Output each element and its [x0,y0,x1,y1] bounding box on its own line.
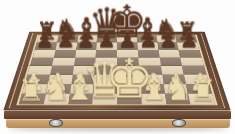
square-b6[interactable] [54,50,76,58]
case-front-face [4,111,231,119]
square-h7[interactable]: ♟ [177,43,199,50]
square-b7[interactable]: ♟ [55,43,77,50]
piece-black-pawn: ♟ [159,30,178,51]
square-a6[interactable] [32,50,55,58]
piece-black-pawn: ♟ [35,30,54,51]
piece-white-rook: ♜ [190,76,216,105]
square-h1[interactable]: ♜ [188,94,215,104]
square-h5[interactable] [180,58,204,66]
square-a7[interactable]: ♟ [35,43,57,50]
square-c7[interactable]: ♟ [76,43,97,50]
square-g1[interactable]: ♞ [165,94,191,104]
case-side-panel [6,119,230,128]
latch-right-icon [172,119,186,127]
latch-left-icon [49,119,63,127]
chess-set-photo: ♜♞♝♛♚♝♞♜♟♟♟♟♟♟♟♟♟♟♟♟♟♟♟♟♜♞♝♛♚♝♞♜ [0,0,235,134]
piece-black-pawn: ♟ [180,30,199,51]
square-g6[interactable] [158,50,180,58]
board-squares: ♜♞♝♛♚♝♞♜♟♟♟♟♟♟♟♟♟♟♟♟♟♟♟♟♜♞♝♛♚♝♞♜ [16,35,217,106]
piece-black-pawn: ♟ [56,30,75,51]
square-h6[interactable] [179,50,202,58]
piece-black-pawn: ♟ [77,30,96,51]
square-g7[interactable]: ♟ [157,43,179,50]
chess-board: ♜♞♝♛♚♝♞♜♟♟♟♟♟♟♟♟♟♟♟♟♟♟♟♟♜♞♝♛♚♝♞♜ [3,32,230,111]
square-a5[interactable] [30,58,54,66]
